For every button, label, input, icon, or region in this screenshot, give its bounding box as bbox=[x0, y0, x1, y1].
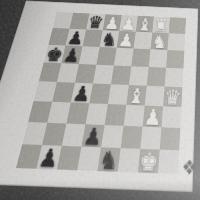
square-d1[interactable]: ♛ bbox=[163, 87, 182, 108]
square-b1[interactable] bbox=[160, 127, 181, 150]
square-e2[interactable] bbox=[147, 67, 166, 86]
square-a2[interactable]: ♚ bbox=[138, 149, 160, 173]
square-g3[interactable] bbox=[134, 32, 153, 50]
square-f1[interactable] bbox=[166, 50, 184, 68]
square-e3[interactable] bbox=[129, 66, 149, 85]
mat-logo: ❖ bbox=[180, 156, 199, 178]
square-c3[interactable] bbox=[124, 105, 145, 127]
square-f2[interactable] bbox=[149, 49, 168, 67]
square-a1[interactable] bbox=[158, 150, 179, 174]
square-b3[interactable] bbox=[121, 126, 143, 149]
square-d2[interactable] bbox=[145, 86, 165, 107]
square-a3[interactable] bbox=[118, 148, 141, 172]
square-c1[interactable] bbox=[161, 106, 181, 128]
chessboard-photo: ♛♟♟♝♜♟♞♟♞♚♟♟♝♛♟♟♟♞♚ ❖ bbox=[0, 0, 200, 200]
square-b2[interactable] bbox=[140, 127, 161, 150]
square-h3[interactable]: ♝ bbox=[136, 16, 154, 33]
square-f3[interactable] bbox=[131, 49, 150, 67]
square-g1[interactable] bbox=[167, 33, 185, 51]
board-plane: ♛♟♟♝♜♟♞♟♞♚♟♟♝♛♟♟♟♞♚ ❖ bbox=[16, 12, 186, 174]
square-c2[interactable]: ♟ bbox=[143, 106, 164, 128]
square-h1[interactable] bbox=[169, 17, 186, 34]
square-h2[interactable]: ♜ bbox=[152, 17, 170, 34]
square-g2[interactable]: ♞ bbox=[151, 32, 169, 50]
square-d3[interactable]: ♝ bbox=[126, 85, 146, 106]
square-e1[interactable] bbox=[165, 68, 184, 87]
